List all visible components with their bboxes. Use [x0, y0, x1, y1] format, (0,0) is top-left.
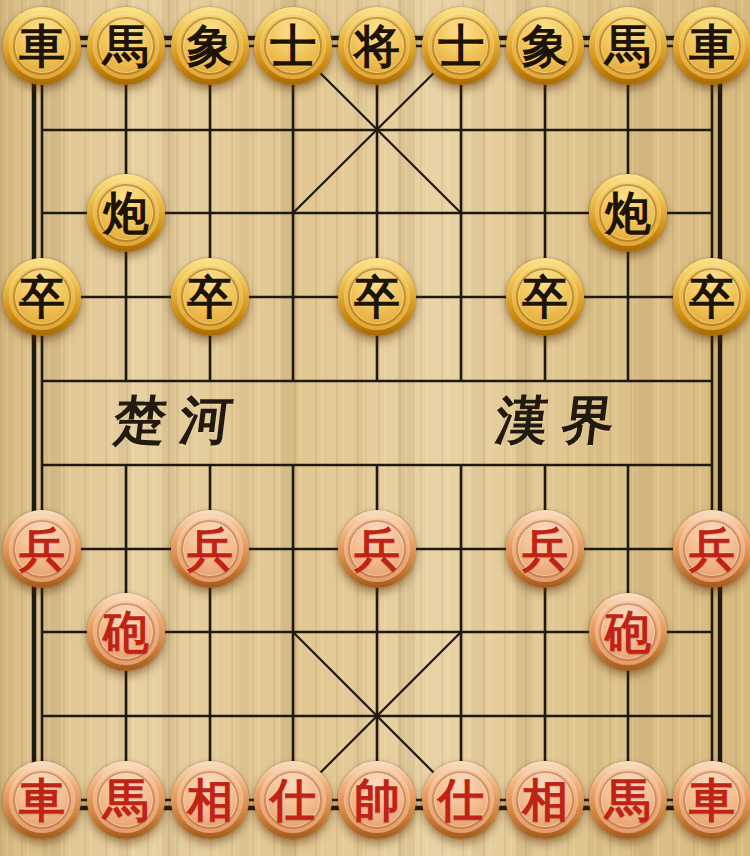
piece-red-soldier[interactable]: 兵	[506, 510, 584, 588]
piece-glyph: 仕	[438, 777, 484, 823]
piece-glyph: 炮	[605, 190, 651, 236]
piece-glyph: 兵	[187, 526, 233, 572]
piece-glyph: 将	[354, 23, 400, 69]
piece-red-soldier[interactable]: 兵	[338, 510, 416, 588]
piece-black-elephant[interactable]: 象	[171, 7, 249, 85]
piece-glyph: 馬	[605, 777, 651, 823]
piece-black-soldier[interactable]: 卒	[506, 258, 584, 336]
piece-red-soldier[interactable]: 兵	[673, 510, 750, 588]
piece-black-chariot[interactable]: 車	[3, 7, 81, 85]
piece-glyph: 砲	[103, 609, 149, 655]
piece-black-cannon[interactable]: 炮	[87, 174, 165, 252]
piece-glyph: 車	[689, 23, 735, 69]
piece-glyph: 相	[187, 777, 233, 823]
piece-glyph: 士	[438, 23, 484, 69]
piece-red-horse[interactable]: 馬	[87, 761, 165, 839]
piece-glyph: 車	[689, 777, 735, 823]
piece-glyph: 馬	[103, 23, 149, 69]
piece-red-elephant[interactable]: 相	[171, 761, 249, 839]
piece-red-general[interactable]: 帥	[338, 761, 416, 839]
piece-glyph: 兵	[19, 526, 65, 572]
piece-glyph: 象	[522, 23, 568, 69]
piece-glyph: 砲	[605, 609, 651, 655]
piece-glyph: 兵	[522, 526, 568, 572]
piece-red-chariot[interactable]: 車	[3, 761, 81, 839]
piece-black-general[interactable]: 将	[338, 7, 416, 85]
piece-glyph: 兵	[354, 526, 400, 572]
piece-red-cannon[interactable]: 砲	[589, 593, 667, 671]
piece-black-elephant[interactable]: 象	[506, 7, 584, 85]
piece-glyph: 車	[19, 23, 65, 69]
piece-black-advisor[interactable]: 士	[254, 7, 332, 85]
piece-glyph: 卒	[187, 274, 233, 320]
piece-black-advisor[interactable]: 士	[422, 7, 500, 85]
piece-red-advisor[interactable]: 仕	[422, 761, 500, 839]
piece-glyph: 卒	[19, 274, 65, 320]
piece-glyph: 相	[522, 777, 568, 823]
river-label-han-jie: 漢界	[492, 386, 633, 456]
piece-red-horse[interactable]: 馬	[589, 761, 667, 839]
piece-glyph: 炮	[103, 190, 149, 236]
xiangqi-board[interactable]: 楚河 漢界 車馬象士将士象馬車炮炮卒卒卒卒卒兵兵兵兵兵砲砲車馬相仕帥仕相馬車	[0, 0, 750, 856]
piece-glyph: 仕	[270, 777, 316, 823]
piece-black-soldier[interactable]: 卒	[673, 258, 750, 336]
piece-black-horse[interactable]: 馬	[589, 7, 667, 85]
piece-glyph: 卒	[354, 274, 400, 320]
piece-glyph: 帥	[354, 777, 400, 823]
piece-black-soldier[interactable]: 卒	[171, 258, 249, 336]
piece-glyph: 馬	[103, 777, 149, 823]
piece-black-soldier[interactable]: 卒	[3, 258, 81, 336]
piece-black-cannon[interactable]: 炮	[589, 174, 667, 252]
piece-glyph: 車	[19, 777, 65, 823]
piece-red-elephant[interactable]: 相	[506, 761, 584, 839]
piece-glyph: 象	[187, 23, 233, 69]
piece-red-chariot[interactable]: 車	[673, 761, 750, 839]
piece-black-horse[interactable]: 馬	[87, 7, 165, 85]
piece-red-cannon[interactable]: 砲	[87, 593, 165, 671]
piece-glyph: 卒	[522, 274, 568, 320]
piece-red-soldier[interactable]: 兵	[3, 510, 81, 588]
piece-glyph: 卒	[689, 274, 735, 320]
piece-red-soldier[interactable]: 兵	[171, 510, 249, 588]
piece-glyph: 馬	[605, 23, 651, 69]
river-label-chu-he: 楚河	[110, 386, 251, 456]
piece-glyph: 兵	[689, 526, 735, 572]
piece-black-soldier[interactable]: 卒	[338, 258, 416, 336]
piece-black-chariot[interactable]: 車	[673, 7, 750, 85]
piece-glyph: 士	[270, 23, 316, 69]
piece-red-advisor[interactable]: 仕	[254, 761, 332, 839]
